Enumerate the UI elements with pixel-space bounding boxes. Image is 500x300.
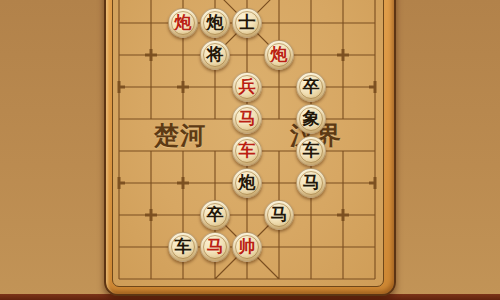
piece-character: 马	[239, 104, 256, 134]
piece-character: 帅	[239, 232, 256, 262]
piece-black-soldier-2[interactable]: 卒	[200, 200, 230, 230]
piece-black-soldier-1[interactable]: 卒	[296, 72, 326, 102]
game-screen: 楚河 汉界 炮炮士将炮兵卒马象车车炮马卒马车马帅	[0, 0, 500, 300]
piece-black-horse-2[interactable]: 马	[264, 200, 294, 230]
piece-black-cannon-1[interactable]: 炮	[200, 8, 230, 38]
piece-black-general[interactable]: 将	[200, 40, 230, 70]
piece-character: 车	[303, 136, 320, 166]
piece-black-horse-1[interactable]: 马	[296, 168, 326, 198]
piece-character: 马	[207, 232, 224, 262]
piece-black-chariot-2[interactable]: 车	[168, 232, 198, 262]
piece-black-advisor[interactable]: 士	[232, 8, 262, 38]
piece-character: 车	[175, 232, 192, 262]
piece-character: 马	[271, 200, 288, 230]
piece-red-horse-2[interactable]: 马	[200, 232, 230, 262]
river-label-left: 楚河	[150, 121, 210, 151]
piece-character: 炮	[239, 168, 256, 198]
piece-black-elephant[interactable]: 象	[296, 104, 326, 134]
piece-red-chariot[interactable]: 车	[232, 136, 262, 166]
piece-character: 炮	[207, 8, 224, 38]
piece-character: 将	[207, 40, 224, 70]
piece-black-cannon-2[interactable]: 炮	[232, 168, 262, 198]
piece-character: 卒	[207, 200, 224, 230]
piece-black-chariot-1[interactable]: 车	[296, 136, 326, 166]
piece-red-cannon-2[interactable]: 炮	[264, 40, 294, 70]
piece-character: 兵	[239, 72, 256, 102]
piece-character: 炮	[271, 40, 288, 70]
piece-character: 车	[239, 136, 256, 166]
piece-character: 马	[303, 168, 320, 198]
piece-character: 象	[303, 104, 320, 134]
piece-red-cannon-1[interactable]: 炮	[168, 8, 198, 38]
piece-red-soldier[interactable]: 兵	[232, 72, 262, 102]
piece-red-horse-1[interactable]: 马	[232, 104, 262, 134]
piece-red-general[interactable]: 帅	[232, 232, 262, 262]
piece-character: 士	[239, 8, 256, 38]
piece-character: 炮	[175, 8, 192, 38]
piece-character: 卒	[303, 72, 320, 102]
